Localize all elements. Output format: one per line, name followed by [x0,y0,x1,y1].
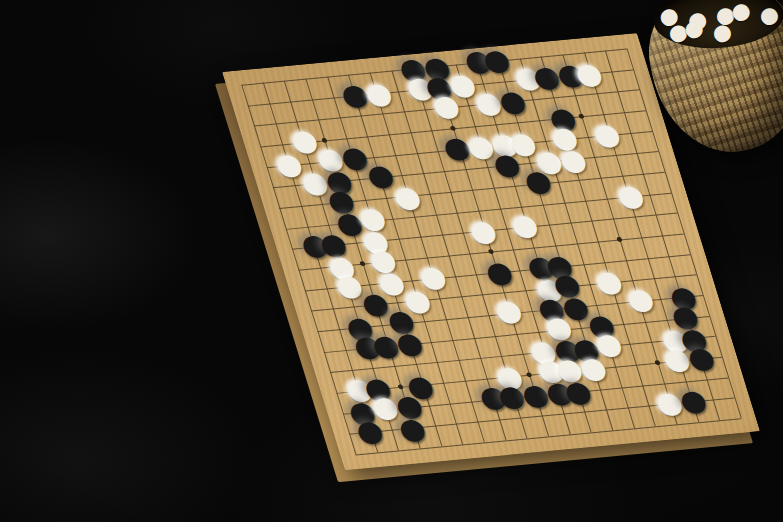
white-stone: ● [491,296,526,327]
white-stone: ● [390,181,425,212]
white-stone: ● [466,216,501,247]
black-stone: ● [482,257,517,288]
bowl-white-stone: ● [712,21,733,44]
bowl-opening: ●●●●●●●● [652,0,783,52]
white-stone: ● [507,209,542,240]
star-point [654,360,660,365]
photo-scene: ●●●●●●●●●●●●●●●●●●●●●●●●●●●●●●●●●●●●●●●●… [0,0,783,522]
white-stone: ● [592,266,627,297]
star-point [578,114,584,119]
star-point [359,261,365,266]
white-stone: ● [589,120,624,151]
bowl-white-stone: ● [731,0,752,23]
star-point [616,237,622,242]
white-stone: ● [623,284,658,315]
bowl-white-stone: ● [759,4,780,27]
bowl-white-stone: ● [684,17,705,40]
star-point [488,249,494,254]
white-stone: ● [613,180,648,211]
